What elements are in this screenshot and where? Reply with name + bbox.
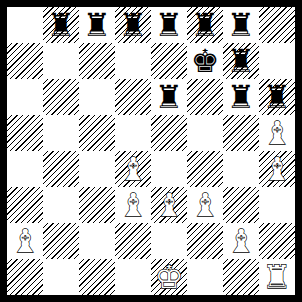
white-rook-icon: ♜	[259, 259, 295, 295]
chess-board-frame: ♜♜♜♜♜♜♚♜♜♜♜♝♝♝♝♝♝♝♝♚♜	[0, 0, 302, 302]
square-g7[interactable]: ♜	[223, 43, 259, 79]
square-d4[interactable]: ♝	[115, 151, 151, 187]
square-c2[interactable]	[79, 223, 115, 259]
square-a2[interactable]: ♝	[7, 223, 43, 259]
square-f3[interactable]: ♝	[187, 187, 223, 223]
white-bishop-icon: ♝	[223, 223, 259, 259]
black-rook-icon: ♜	[115, 7, 151, 43]
square-e2[interactable]	[151, 223, 187, 259]
square-h5[interactable]: ♝	[259, 115, 295, 151]
square-a5[interactable]	[7, 115, 43, 151]
square-a1[interactable]	[7, 259, 43, 295]
square-a7[interactable]	[7, 43, 43, 79]
square-b1[interactable]	[43, 259, 79, 295]
square-g1[interactable]	[223, 259, 259, 295]
black-rook-icon: ♜	[79, 7, 115, 43]
square-c7[interactable]	[79, 43, 115, 79]
square-a3[interactable]	[7, 187, 43, 223]
white-bishop-icon: ♝	[7, 223, 43, 259]
square-h8[interactable]	[259, 7, 295, 43]
square-f2[interactable]	[187, 223, 223, 259]
square-h2[interactable]	[259, 223, 295, 259]
black-rook-icon: ♜	[223, 43, 259, 79]
square-a8[interactable]	[7, 7, 43, 43]
square-c1[interactable]	[79, 259, 115, 295]
square-e4[interactable]	[151, 151, 187, 187]
square-e7[interactable]	[151, 43, 187, 79]
white-bishop-icon: ♝	[259, 151, 295, 187]
square-b7[interactable]	[43, 43, 79, 79]
black-rook-icon: ♜	[223, 7, 259, 43]
square-b4[interactable]	[43, 151, 79, 187]
square-e3[interactable]: ♝	[151, 187, 187, 223]
square-f6[interactable]	[187, 79, 223, 115]
square-g4[interactable]	[223, 151, 259, 187]
black-king-icon: ♚	[187, 43, 223, 79]
square-g8[interactable]: ♜	[223, 7, 259, 43]
square-c5[interactable]	[79, 115, 115, 151]
square-f4[interactable]	[187, 151, 223, 187]
square-h1[interactable]: ♜	[259, 259, 295, 295]
square-f5[interactable]	[187, 115, 223, 151]
black-rook-icon: ♜	[223, 79, 259, 115]
square-h6[interactable]: ♜	[259, 79, 295, 115]
square-e6[interactable]: ♜	[151, 79, 187, 115]
square-f1[interactable]	[187, 259, 223, 295]
black-rook-icon: ♜	[259, 79, 295, 115]
white-bishop-icon: ♝	[115, 187, 151, 223]
square-a6[interactable]	[7, 79, 43, 115]
black-rook-icon: ♜	[151, 79, 187, 115]
square-d6[interactable]	[115, 79, 151, 115]
white-bishop-icon: ♝	[187, 187, 223, 223]
square-e8[interactable]: ♜	[151, 7, 187, 43]
white-bishop-icon: ♝	[259, 115, 295, 151]
square-h4[interactable]: ♝	[259, 151, 295, 187]
square-c3[interactable]	[79, 187, 115, 223]
chess-board: ♜♜♜♜♜♜♚♜♜♜♜♝♝♝♝♝♝♝♝♚♜	[7, 7, 295, 295]
square-e5[interactable]	[151, 115, 187, 151]
square-d3[interactable]: ♝	[115, 187, 151, 223]
square-e1[interactable]: ♚	[151, 259, 187, 295]
square-h3[interactable]	[259, 187, 295, 223]
white-bishop-icon: ♝	[115, 151, 151, 187]
square-g6[interactable]: ♜	[223, 79, 259, 115]
square-g2[interactable]: ♝	[223, 223, 259, 259]
square-c6[interactable]	[79, 79, 115, 115]
black-rook-icon: ♜	[43, 7, 79, 43]
square-a4[interactable]	[7, 151, 43, 187]
square-b2[interactable]	[43, 223, 79, 259]
square-d8[interactable]: ♜	[115, 7, 151, 43]
white-bishop-icon: ♝	[151, 187, 187, 223]
square-c8[interactable]: ♜	[79, 7, 115, 43]
square-d2[interactable]	[115, 223, 151, 259]
square-h7[interactable]	[259, 43, 295, 79]
square-d7[interactable]	[115, 43, 151, 79]
square-b5[interactable]	[43, 115, 79, 151]
black-rook-icon: ♜	[187, 7, 223, 43]
square-f7[interactable]: ♚	[187, 43, 223, 79]
square-g5[interactable]	[223, 115, 259, 151]
square-c4[interactable]	[79, 151, 115, 187]
square-g3[interactable]	[223, 187, 259, 223]
square-b6[interactable]	[43, 79, 79, 115]
square-f8[interactable]: ♜	[187, 7, 223, 43]
square-b3[interactable]	[43, 187, 79, 223]
square-d1[interactable]	[115, 259, 151, 295]
square-b8[interactable]: ♜	[43, 7, 79, 43]
black-rook-icon: ♜	[151, 7, 187, 43]
white-king-icon: ♚	[151, 259, 187, 295]
square-d5[interactable]	[115, 115, 151, 151]
